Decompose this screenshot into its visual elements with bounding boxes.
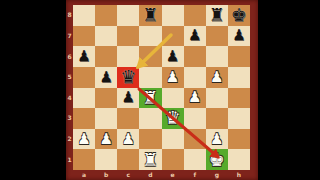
square-f1	[184, 149, 206, 170]
square-h4	[228, 88, 250, 109]
piece-white-pawn-c2: ♟	[122, 132, 135, 147]
piece-white-pawn-a2: ♟	[77, 132, 90, 147]
square-b1	[95, 149, 117, 170]
square-h3	[228, 108, 250, 129]
square-e3: ♛	[162, 108, 184, 129]
square-h8: ♚	[228, 5, 250, 26]
piece-black-pawn-f7: ♟	[188, 28, 201, 43]
square-e1	[162, 149, 184, 170]
square-d3	[139, 108, 161, 129]
rank-label-3: 3	[66, 115, 73, 121]
file-label-c: c	[123, 172, 133, 178]
file-label-d: d	[145, 172, 155, 178]
piece-black-rook-d8: ♜	[142, 6, 158, 24]
square-g5: ♟	[206, 67, 228, 88]
piece-white-king-g1: ♚	[209, 151, 225, 169]
square-h7: ♟	[228, 26, 250, 47]
square-a8	[73, 5, 95, 26]
piece-black-pawn-b5: ♟	[99, 70, 112, 85]
square-g3	[206, 108, 228, 129]
piece-white-pawn-g2: ♟	[210, 132, 223, 147]
piece-white-pawn-e5: ♟	[166, 70, 179, 85]
piece-black-king-h8: ♚	[231, 6, 247, 24]
square-g8: ♜	[206, 5, 228, 26]
letterbox-left	[0, 0, 66, 180]
square-a1	[73, 149, 95, 170]
square-f2	[184, 129, 206, 150]
piece-black-rook-g8: ♜	[209, 6, 225, 24]
square-a6: ♟	[73, 46, 95, 67]
file-label-g: g	[212, 172, 222, 178]
piece-white-rook-d1: ♜	[142, 151, 158, 169]
piece-black-pawn-e6: ♟	[166, 49, 179, 64]
piece-black-pawn-h7: ♟	[232, 28, 245, 43]
square-h1	[228, 149, 250, 170]
square-a7	[73, 26, 95, 47]
square-e6: ♟	[162, 46, 184, 67]
square-a4	[73, 88, 95, 109]
square-d7	[139, 26, 161, 47]
piece-white-pawn-b2: ♟	[99, 132, 112, 147]
file-label-a: a	[79, 172, 89, 178]
square-b3	[95, 108, 117, 129]
square-a2: ♟	[73, 129, 95, 150]
square-c6	[117, 46, 139, 67]
square-d2	[139, 129, 161, 150]
square-d5	[139, 67, 161, 88]
square-g7	[206, 26, 228, 47]
square-e5: ♟	[162, 67, 184, 88]
piece-white-pawn-f4: ♟	[188, 90, 201, 105]
square-f7: ♟	[184, 26, 206, 47]
rank-label-6: 6	[66, 54, 73, 60]
letterbox-right	[258, 0, 320, 180]
rank-label-2: 2	[66, 136, 73, 142]
square-b5: ♟	[95, 67, 117, 88]
rank-label-7: 7	[66, 33, 73, 39]
square-b7	[95, 26, 117, 47]
square-d6	[139, 46, 161, 67]
square-d4: ♜	[139, 88, 161, 109]
square-c1	[117, 149, 139, 170]
piece-black-queen-c5: ♛	[120, 68, 136, 86]
square-f6	[184, 46, 206, 67]
square-b8	[95, 5, 117, 26]
chess-board-frame: ♜♜♚♟♟♟♟♟♛♟♟♟♜♟♛♟♟♟♟♜♚ 87654321abcdefgh	[66, 0, 258, 180]
square-c2: ♟	[117, 129, 139, 150]
square-h6	[228, 46, 250, 67]
file-label-f: f	[190, 172, 200, 178]
square-f3	[184, 108, 206, 129]
square-b4	[95, 88, 117, 109]
rank-label-4: 4	[66, 95, 73, 101]
piece-black-pawn-c4: ♟	[122, 90, 135, 105]
square-g2: ♟	[206, 129, 228, 150]
rank-label-1: 1	[66, 157, 73, 163]
square-b2: ♟	[95, 129, 117, 150]
square-e7	[162, 26, 184, 47]
square-d1: ♜	[139, 149, 161, 170]
square-c4: ♟	[117, 88, 139, 109]
video-frame: ♜♜♚♟♟♟♟♟♛♟♟♟♜♟♛♟♟♟♟♜♚ 87654321abcdefgh	[0, 0, 320, 180]
file-label-e: e	[168, 172, 178, 178]
piece-white-pawn-g5: ♟	[210, 70, 223, 85]
rank-label-8: 8	[66, 12, 73, 18]
square-a5	[73, 67, 95, 88]
square-e2	[162, 129, 184, 150]
square-f8	[184, 5, 206, 26]
square-c5: ♛	[117, 67, 139, 88]
piece-black-pawn-a6: ♟	[77, 49, 90, 64]
square-e4	[162, 88, 184, 109]
square-c7	[117, 26, 139, 47]
square-c8	[117, 5, 139, 26]
square-g6	[206, 46, 228, 67]
square-g4	[206, 88, 228, 109]
square-d8: ♜	[139, 5, 161, 26]
file-label-b: b	[101, 172, 111, 178]
rank-label-5: 5	[66, 74, 73, 80]
file-label-h: h	[234, 172, 244, 178]
square-e8	[162, 5, 184, 26]
square-a3	[73, 108, 95, 129]
square-h2	[228, 129, 250, 150]
piece-white-rook-d4: ♜	[142, 89, 158, 107]
square-f5	[184, 67, 206, 88]
square-g1: ♚	[206, 149, 228, 170]
square-c3	[117, 108, 139, 129]
piece-white-queen-e3: ♛	[164, 109, 180, 127]
square-f4: ♟	[184, 88, 206, 109]
square-b6	[95, 46, 117, 67]
square-h5	[228, 67, 250, 88]
chess-board: ♜♜♚♟♟♟♟♟♛♟♟♟♜♟♛♟♟♟♟♜♚	[73, 5, 250, 170]
